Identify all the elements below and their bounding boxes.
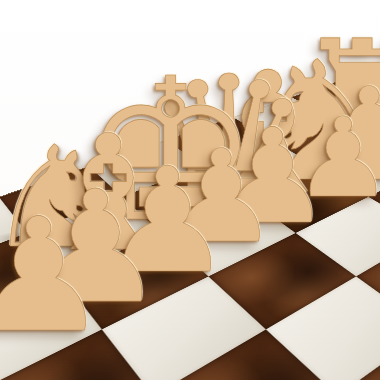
chess-piece-white-pawn-g2: ♟: [0, 197, 117, 354]
chess-set-photo: ♞♝♚♛♝♞♜♟♟♟♟♟♟♟: [0, 0, 380, 380]
